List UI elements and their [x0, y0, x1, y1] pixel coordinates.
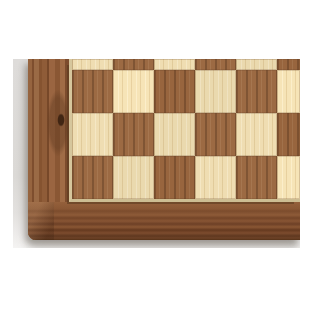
- board-square-dark: [154, 70, 195, 113]
- board-square-light: [113, 156, 154, 199]
- board-square-dark: [154, 156, 195, 199]
- board-square-light: [195, 156, 236, 199]
- board-square-light: [277, 156, 300, 199]
- fillet-border: [69, 59, 300, 202]
- page-root: [0, 0, 313, 313]
- board-square-dark: [236, 70, 277, 113]
- board-square-light: [72, 113, 113, 156]
- board-frame: [28, 59, 300, 240]
- board-square-light: [236, 59, 277, 70]
- board-square-dark: [72, 70, 113, 113]
- board-photo: [13, 59, 300, 248]
- board-square-dark: [236, 156, 277, 199]
- board-square-light: [113, 70, 154, 113]
- board-square-dark: [72, 156, 113, 199]
- chess-board: [72, 59, 300, 199]
- board-square-light: [154, 59, 195, 70]
- board-square-dark: [113, 113, 154, 156]
- board-square-dark: [195, 113, 236, 156]
- board-square-dark: [277, 59, 300, 70]
- board-square-dark: [277, 113, 300, 156]
- board-square-light: [277, 70, 300, 113]
- frame-bottom: [28, 202, 300, 240]
- board-square-light: [154, 113, 195, 156]
- board-square-dark: [113, 59, 154, 70]
- board-square-light: [195, 70, 236, 113]
- board-square-dark: [195, 59, 236, 70]
- board-square-light: [236, 113, 277, 156]
- board-square-light: [72, 59, 113, 70]
